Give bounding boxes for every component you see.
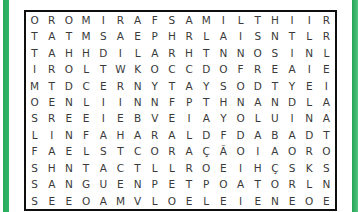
grid-cell[interactable]: A — [112, 28, 129, 44]
grid-cell[interactable]: T — [198, 94, 215, 110]
grid-cell[interactable]: R — [43, 61, 60, 77]
grid-cell[interactable]: S — [95, 143, 112, 159]
grid-cell[interactable]: P — [146, 176, 163, 192]
grid-cell[interactable]: R — [180, 160, 197, 176]
grid-cell[interactable]: R — [283, 176, 300, 192]
grid-cell[interactable]: A — [146, 45, 163, 61]
grid-cell[interactable]: W — [112, 61, 129, 77]
grid-cell[interactable]: D — [283, 94, 300, 110]
grid-cell[interactable]: O — [232, 143, 249, 159]
grid-cell[interactable]: H — [112, 127, 129, 143]
grid-cell[interactable]: O — [301, 193, 318, 209]
grid-cell[interactable]: O — [215, 176, 232, 192]
grid-cell[interactable]: I — [43, 127, 60, 143]
grid-cell[interactable]: O — [26, 94, 43, 110]
grid-cell[interactable]: L — [146, 193, 163, 209]
grid-cell[interactable]: O — [163, 193, 180, 209]
grid-cell[interactable]: E — [215, 193, 232, 209]
grid-cell[interactable]: I — [95, 12, 112, 28]
grid-cell[interactable]: T — [129, 160, 146, 176]
grid-cell[interactable]: Y — [146, 78, 163, 94]
page-border-left — [3, 0, 9, 212]
grid-cell[interactable]: A — [43, 176, 60, 192]
grid-cell[interactable]: L — [77, 94, 94, 110]
grid-cell[interactable]: N — [146, 94, 163, 110]
grid-cell[interactable]: L — [198, 28, 215, 44]
grid-cell[interactable]: A — [198, 110, 215, 126]
grid-cell[interactable]: T — [43, 78, 60, 94]
grid-cell[interactable]: A — [249, 94, 266, 110]
grid-cell[interactable]: I — [283, 110, 300, 126]
grid-cell[interactable]: Y — [283, 78, 300, 94]
grid-cell[interactable]: L — [26, 127, 43, 143]
grid-cell[interactable]: L — [198, 193, 215, 209]
grid-cell[interactable]: I — [301, 61, 318, 77]
grid-cell[interactable]: H — [249, 160, 266, 176]
grid-cell[interactable]: T — [266, 78, 283, 94]
grid-cell[interactable]: E — [112, 110, 129, 126]
grid-cell[interactable]: F — [26, 143, 43, 159]
grid-cell[interactable]: T — [95, 61, 112, 77]
grid-cell[interactable]: P — [146, 28, 163, 44]
grid-cell[interactable]: O — [60, 61, 77, 77]
grid-cell[interactable]: N — [301, 110, 318, 126]
grid-cell[interactable]: N — [60, 160, 77, 176]
grid-cell[interactable]: M — [77, 28, 94, 44]
grid-cell[interactable]: A — [95, 160, 112, 176]
grid-cell[interactable]: T — [180, 176, 197, 192]
grid-cell[interactable]: S — [163, 12, 180, 28]
grid-cell[interactable]: N — [301, 45, 318, 61]
grid-cell[interactable]: R — [112, 78, 129, 94]
grid-cell[interactable]: L — [301, 94, 318, 110]
grid-cell[interactable]: K — [301, 160, 318, 176]
grid-cell[interactable]: R — [301, 143, 318, 159]
grid-cell[interactable]: E — [77, 110, 94, 126]
grid-cell[interactable]: L — [77, 143, 94, 159]
grid-cell[interactable]: O — [26, 12, 43, 28]
grid-cell[interactable]: D — [198, 61, 215, 77]
grid-cell[interactable]: I — [249, 143, 266, 159]
grid-cell[interactable]: H — [163, 28, 180, 44]
grid-cell[interactable]: A — [215, 28, 232, 44]
grid-cell[interactable]: A — [129, 127, 146, 143]
grid-cell[interactable]: H — [43, 160, 60, 176]
grid-cell[interactable]: N — [266, 28, 283, 44]
grid-cell[interactable]: S — [249, 28, 266, 44]
grid-cell[interactable]: M — [112, 193, 129, 209]
grid-cell[interactable]: E — [180, 193, 197, 209]
grid-cell[interactable]: A — [283, 61, 300, 77]
grid-cell[interactable]: I — [26, 61, 43, 77]
grid-cell[interactable]: O — [60, 12, 77, 28]
grid-cell[interactable]: Y — [198, 78, 215, 94]
grid-cell[interactable]: I — [232, 193, 249, 209]
grid-cell[interactable]: L — [77, 61, 94, 77]
grid-cell[interactable]: A — [283, 127, 300, 143]
grid-cell[interactable]: A — [266, 143, 283, 159]
grid-cell[interactable]: A — [249, 127, 266, 143]
grid-cell[interactable]: Ç — [198, 143, 215, 159]
grid-cell[interactable]: R — [112, 12, 129, 28]
grid-cell[interactable]: A — [95, 193, 112, 209]
grid-cell[interactable]: C — [112, 160, 129, 176]
grid-cell[interactable]: A — [318, 110, 335, 126]
grid-cell[interactable]: R — [43, 12, 60, 28]
grid-cell[interactable]: T — [249, 176, 266, 192]
grid-cell[interactable]: H — [60, 45, 77, 61]
grid-cell[interactable]: R — [163, 45, 180, 61]
grid-cell[interactable]: H — [266, 12, 283, 28]
grid-cell[interactable]: D — [249, 78, 266, 94]
grid-cell[interactable]: I — [283, 45, 300, 61]
grid-cell[interactable]: N — [266, 193, 283, 209]
grid-cell[interactable]: V — [129, 193, 146, 209]
grid-cell[interactable]: O — [146, 61, 163, 77]
grid-cell[interactable]: E — [249, 193, 266, 209]
grid-cell[interactable]: D — [198, 127, 215, 143]
grid-cell[interactable]: T — [26, 28, 43, 44]
grid-cell[interactable]: I — [112, 45, 129, 61]
grid-cell[interactable]: E — [95, 78, 112, 94]
grid-cell[interactable]: E — [163, 110, 180, 126]
grid-cell[interactable]: N — [318, 176, 335, 192]
grid-cell[interactable]: E — [129, 28, 146, 44]
grid-cell[interactable]: V — [146, 110, 163, 126]
grid-cell[interactable]: S — [266, 45, 283, 61]
grid-cell[interactable]: A — [180, 143, 197, 159]
grid-cell[interactable]: R — [146, 127, 163, 143]
grid-cell[interactable]: R — [318, 28, 335, 44]
grid-cell[interactable]: C — [180, 61, 197, 77]
grid-cell[interactable]: A — [232, 176, 249, 192]
grid-cell[interactable]: H — [180, 45, 197, 61]
grid-cell[interactable]: T — [26, 45, 43, 61]
grid-cell[interactable]: E — [283, 193, 300, 209]
grid-cell[interactable]: M — [26, 78, 43, 94]
grid-cell[interactable]: A — [129, 12, 146, 28]
grid-cell[interactable]: E — [43, 94, 60, 110]
grid-cell[interactable]: H — [77, 45, 94, 61]
grid-cell[interactable]: E — [163, 176, 180, 192]
grid-cell[interactable]: C — [129, 143, 146, 159]
grid-cell[interactable]: S — [26, 193, 43, 209]
grid-cell[interactable]: S — [95, 28, 112, 44]
grid-cell[interactable]: S — [283, 160, 300, 176]
grid-cell[interactable]: L — [163, 160, 180, 176]
grid-cell[interactable]: F — [163, 94, 180, 110]
grid-cell[interactable]: A — [163, 127, 180, 143]
grid-cell[interactable]: A — [180, 12, 197, 28]
grid-cell[interactable]: R — [318, 12, 335, 28]
grid-cell[interactable]: E — [60, 143, 77, 159]
grid-cell[interactable]: L — [232, 12, 249, 28]
grid-cell[interactable]: S — [215, 78, 232, 94]
grid-cell[interactable]: T — [283, 28, 300, 44]
grid-cell[interactable]: S — [26, 176, 43, 192]
grid-cell[interactable]: O — [318, 143, 335, 159]
grid-cell[interactable]: F — [146, 12, 163, 28]
grid-cell[interactable]: E — [301, 78, 318, 94]
grid-cell[interactable]: N — [129, 78, 146, 94]
grid-cell[interactable]: D — [60, 78, 77, 94]
grid-cell[interactable]: N — [60, 94, 77, 110]
grid-cell[interactable]: L — [301, 176, 318, 192]
grid-cell[interactable]: M — [77, 12, 94, 28]
grid-cell[interactable]: D — [301, 127, 318, 143]
grid-cell[interactable]: U — [95, 176, 112, 192]
grid-cell[interactable]: G — [77, 176, 94, 192]
grid-cell[interactable]: T — [77, 160, 94, 176]
grid-cell[interactable]: L — [318, 45, 335, 61]
grid-cell[interactable]: D — [232, 127, 249, 143]
grid-cell[interactable]: O — [198, 160, 215, 176]
grid-cell[interactable]: S — [26, 110, 43, 126]
grid-cell[interactable]: T — [60, 28, 77, 44]
grid-cell[interactable]: R — [163, 143, 180, 159]
grid-cell[interactable]: A — [43, 45, 60, 61]
grid-cell[interactable]: I — [301, 12, 318, 28]
grid-cell[interactable]: E — [318, 193, 335, 209]
grid-cell[interactable]: M — [198, 12, 215, 28]
grid-cell[interactable]: A — [43, 143, 60, 159]
grid-cell[interactable]: E — [112, 176, 129, 192]
grid-cell[interactable]: I — [318, 78, 335, 94]
grid-cell[interactable]: A — [318, 94, 335, 110]
grid-cell[interactable]: P — [180, 94, 197, 110]
grid-cell[interactable]: N — [60, 127, 77, 143]
grid-cell[interactable]: N — [266, 94, 283, 110]
grid-cell[interactable]: H — [215, 94, 232, 110]
grid-cell[interactable]: S — [26, 160, 43, 176]
grid-cell[interactable]: T — [112, 143, 129, 159]
grid-cell[interactable]: T — [163, 78, 180, 94]
grid-cell[interactable]: D — [95, 45, 112, 61]
grid-cell[interactable]: F — [232, 61, 249, 77]
grid-cell[interactable]: Ç — [266, 160, 283, 176]
grid-cell[interactable]: B — [266, 127, 283, 143]
grid-cell[interactable]: O — [232, 78, 249, 94]
page-border-right — [352, 0, 358, 212]
grid-cell[interactable]: O — [266, 176, 283, 192]
grid-cell[interactable]: I — [283, 12, 300, 28]
grid-cell[interactable]: E — [60, 110, 77, 126]
grid-cell[interactable]: I — [95, 94, 112, 110]
grid-cell[interactable]: F — [77, 127, 94, 143]
grid-cell[interactable]: Y — [215, 110, 232, 126]
grid-cell[interactable]: I — [232, 160, 249, 176]
grid-cell[interactable]: E — [318, 61, 335, 77]
grid-cell[interactable]: N — [232, 45, 249, 61]
grid-cell[interactable]: B — [129, 110, 146, 126]
grid-cell[interactable]: I — [180, 110, 197, 126]
grid-cell[interactable]: C — [77, 78, 94, 94]
grid-cell[interactable]: C — [163, 61, 180, 77]
grid-cell[interactable]: E — [215, 160, 232, 176]
grid-cell[interactable]: K — [129, 61, 146, 77]
grid-cell[interactable]: T — [249, 12, 266, 28]
grid-cell[interactable]: L — [180, 127, 197, 143]
grid-cell[interactable]: E — [60, 193, 77, 209]
grid-cell[interactable]: L — [301, 28, 318, 44]
grid-cell[interactable]: I — [95, 110, 112, 126]
grid-cell[interactable]: N — [60, 176, 77, 192]
grid-cell[interactable]: S — [318, 160, 335, 176]
grid-cell[interactable]: I — [215, 12, 232, 28]
grid-cell[interactable]: F — [215, 127, 232, 143]
grid-cell[interactable]: R — [249, 61, 266, 77]
grid-cell[interactable]: N — [129, 176, 146, 192]
grid-cell[interactable]: O — [283, 143, 300, 159]
grid-cell[interactable]: O — [232, 110, 249, 126]
grid-cell[interactable]: E — [43, 193, 60, 209]
grid-cell[interactable]: L — [146, 160, 163, 176]
grid-cell[interactable]: Ã — [215, 143, 232, 159]
grid-cell[interactable]: P — [198, 176, 215, 192]
grid-cell[interactable]: I — [112, 94, 129, 110]
grid-cell[interactable]: U — [266, 110, 283, 126]
grid-cell[interactable]: A — [180, 78, 197, 94]
grid-cell[interactable]: T — [198, 45, 215, 61]
wordsearch-board: OROMIRAFSAMILTHIIRTATMSAEPHRLAISNTLRTAHH… — [24, 10, 337, 211]
grid-cell[interactable]: O — [77, 193, 94, 209]
grid-cell[interactable]: N — [129, 94, 146, 110]
grid-cell[interactable]: O — [249, 45, 266, 61]
grid-cell[interactable]: O — [146, 143, 163, 159]
grid-cell[interactable]: E — [266, 61, 283, 77]
grid-cell[interactable]: N — [215, 45, 232, 61]
grid-cell[interactable]: A — [43, 28, 60, 44]
grid-cell[interactable]: L — [249, 110, 266, 126]
grid-cell[interactable]: L — [129, 45, 146, 61]
grid-cell[interactable]: A — [95, 127, 112, 143]
grid-cell[interactable]: O — [215, 61, 232, 77]
grid-cell[interactable]: I — [232, 28, 249, 44]
grid-cell[interactable]: T — [318, 127, 335, 143]
grid-cell[interactable]: R — [43, 110, 60, 126]
grid-cell[interactable]: N — [232, 94, 249, 110]
grid-cell[interactable]: R — [180, 28, 197, 44]
